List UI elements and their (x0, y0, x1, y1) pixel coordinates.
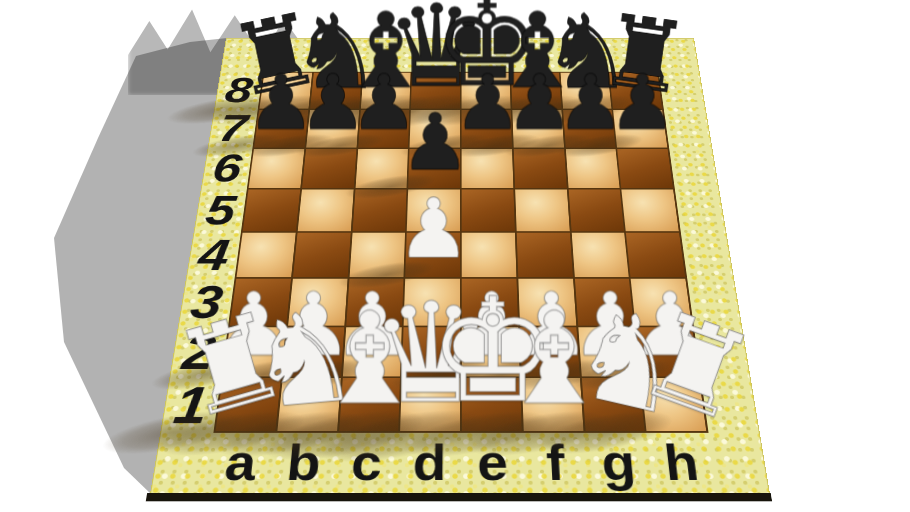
rank-label-8: 8 (215, 72, 257, 109)
rank-label-7: 7 (209, 109, 253, 148)
rank-label-6: 6 (202, 148, 247, 189)
rank-label-1: 1 (161, 378, 214, 433)
rank-label-4: 4 (187, 232, 235, 278)
file-label-d: d (397, 435, 461, 492)
board-front-edge (146, 493, 773, 502)
rank-label-5: 5 (195, 189, 241, 232)
black-pawn-glyph: ♟ (578, 65, 708, 141)
file-label-h: h (647, 435, 717, 492)
rank-label-3: 3 (179, 278, 229, 327)
rank-label-2: 2 (170, 327, 221, 379)
file-label-e: e (461, 435, 525, 492)
file-label-g: g (585, 435, 653, 492)
scene: 87654321 abcdefgh ♜♞♝♛♚♝♞♜♟♟♟♟♟♟♟♟♟♟♟♟♟♟… (0, 0, 910, 512)
black-pawn-glyph: ♟ (369, 104, 502, 182)
file-label-c: c (333, 435, 399, 492)
white-pawn-glyph: ♟ (363, 187, 504, 270)
file-label-b: b (269, 435, 337, 492)
file-label-f: f (523, 435, 589, 492)
chess-board: 87654321 abcdefgh ♜♞♝♛♚♝♞♜♟♟♟♟♟♟♟♟♟♟♟♟♟♟… (150, 38, 770, 494)
board-mat: 87654321 abcdefgh ♜♞♝♛♚♝♞♜♟♟♟♟♟♟♟♟♟♟♟♟♟♟… (150, 38, 770, 494)
file-label-a: a (205, 435, 275, 492)
piece-layer: ♜♞♝♛♚♝♞♜♟♟♟♟♟♟♟♟♟♟♟♟♟♟♟♟♜♞♝♛♚♝♞♜ (213, 72, 708, 433)
